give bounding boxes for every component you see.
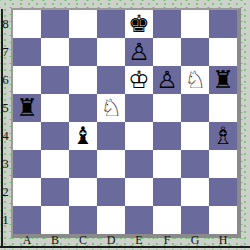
file-label-a: A — [13, 234, 41, 247]
file-label-e: E — [125, 234, 153, 247]
square-a3[interactable] — [13, 150, 41, 178]
square-e8[interactable]: ♚ — [125, 10, 153, 38]
black-king[interactable]: ♚ — [128, 10, 150, 38]
square-c3[interactable] — [69, 150, 97, 178]
square-b8[interactable] — [41, 10, 69, 38]
square-c7[interactable] — [69, 38, 97, 66]
square-c8[interactable] — [69, 10, 97, 38]
square-h7[interactable] — [209, 38, 237, 66]
white-knight[interactable]: ♘ — [184, 66, 206, 94]
square-h3[interactable] — [209, 150, 237, 178]
square-e4[interactable] — [125, 122, 153, 150]
black-bishop[interactable]: ♝ — [72, 122, 94, 150]
square-e5[interactable] — [125, 94, 153, 122]
rank-label-6: 6 — [0, 66, 11, 94]
file-label-h: H — [209, 234, 237, 247]
white-pawn[interactable]: ♙ — [156, 66, 178, 94]
square-b3[interactable] — [41, 150, 69, 178]
rank-label-3: 3 — [0, 150, 11, 178]
square-h1[interactable] — [209, 206, 237, 234]
square-b5[interactable] — [41, 94, 69, 122]
file-label-b: B — [41, 234, 69, 247]
square-h4[interactable]: ♗ — [209, 122, 237, 150]
black-rook[interactable]: ♜ — [212, 66, 234, 94]
square-d7[interactable] — [97, 38, 125, 66]
square-f2[interactable] — [153, 178, 181, 206]
chessboard-panel: 87654321 ♚♙♔♙♘♜♜♘♝♗ ABCDEFGH — [0, 0, 250, 250]
square-f6[interactable]: ♙ — [153, 66, 181, 94]
rank-label-7: 7 — [0, 38, 11, 66]
square-c2[interactable] — [69, 178, 97, 206]
square-b4[interactable] — [41, 122, 69, 150]
square-g5[interactable] — [181, 94, 209, 122]
file-label-g: G — [181, 234, 209, 247]
square-c4[interactable]: ♝ — [69, 122, 97, 150]
square-d5[interactable]: ♘ — [97, 94, 125, 122]
black-rook[interactable]: ♜ — [16, 94, 38, 122]
square-a5[interactable]: ♜ — [13, 94, 41, 122]
square-d3[interactable] — [97, 150, 125, 178]
square-f5[interactable] — [153, 94, 181, 122]
white-knight[interactable]: ♘ — [100, 94, 122, 122]
square-c5[interactable] — [69, 94, 97, 122]
rank-label-5: 5 — [0, 94, 11, 122]
board-frame: ♚♙♔♙♘♜♜♘♝♗ — [11, 8, 241, 238]
square-e2[interactable] — [125, 178, 153, 206]
square-g8[interactable] — [181, 10, 209, 38]
square-e6[interactable]: ♔ — [125, 66, 153, 94]
white-bishop[interactable]: ♗ — [212, 122, 234, 150]
square-a1[interactable] — [13, 206, 41, 234]
square-f4[interactable] — [153, 122, 181, 150]
square-h8[interactable] — [209, 10, 237, 38]
square-b6[interactable] — [41, 66, 69, 94]
square-h6[interactable]: ♜ — [209, 66, 237, 94]
square-d1[interactable] — [97, 206, 125, 234]
square-g7[interactable] — [181, 38, 209, 66]
file-label-f: F — [153, 234, 181, 247]
file-label-c: C — [69, 234, 97, 247]
white-pawn[interactable]: ♙ — [128, 38, 150, 66]
square-g1[interactable] — [181, 206, 209, 234]
square-b2[interactable] — [41, 178, 69, 206]
square-f7[interactable] — [153, 38, 181, 66]
square-h2[interactable] — [209, 178, 237, 206]
square-e3[interactable] — [125, 150, 153, 178]
square-h5[interactable] — [209, 94, 237, 122]
square-g3[interactable] — [181, 150, 209, 178]
square-f3[interactable] — [153, 150, 181, 178]
square-g6[interactable]: ♘ — [181, 66, 209, 94]
square-e7[interactable]: ♙ — [125, 38, 153, 66]
square-d2[interactable] — [97, 178, 125, 206]
white-king[interactable]: ♔ — [128, 66, 150, 94]
rank-label-2: 2 — [0, 178, 11, 206]
square-f8[interactable] — [153, 10, 181, 38]
square-d8[interactable] — [97, 10, 125, 38]
square-d6[interactable] — [97, 66, 125, 94]
file-label-d: D — [97, 234, 125, 247]
square-b7[interactable] — [41, 38, 69, 66]
square-a8[interactable] — [13, 10, 41, 38]
square-f1[interactable] — [153, 206, 181, 234]
square-g2[interactable] — [181, 178, 209, 206]
square-e1[interactable] — [125, 206, 153, 234]
chess-board: ♚♙♔♙♘♜♜♘♝♗ — [13, 10, 237, 234]
rank-label-1: 1 — [0, 206, 11, 234]
square-a7[interactable] — [13, 38, 41, 66]
square-d4[interactable] — [97, 122, 125, 150]
square-a4[interactable] — [13, 122, 41, 150]
square-a2[interactable] — [13, 178, 41, 206]
square-g4[interactable] — [181, 122, 209, 150]
rank-label-4: 4 — [0, 122, 11, 150]
square-a6[interactable] — [13, 66, 41, 94]
square-c6[interactable] — [69, 66, 97, 94]
square-c1[interactable] — [69, 206, 97, 234]
rank-label-8: 8 — [0, 10, 11, 38]
square-b1[interactable] — [41, 206, 69, 234]
